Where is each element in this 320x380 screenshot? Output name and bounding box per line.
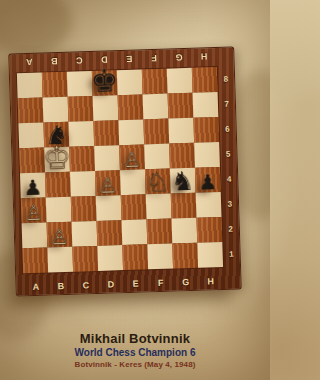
square-c3	[71, 196, 97, 222]
square-e1	[122, 244, 148, 270]
square-a8	[17, 73, 43, 99]
chess-board: ABCDEFGHABCDEFGH87654321 ♚♞♔♙♟♙♘♞♟♙♙	[8, 47, 242, 297]
rank-label-6: 6	[221, 117, 234, 142]
square-c1	[72, 246, 98, 272]
square-c6	[68, 121, 94, 147]
square-f6	[143, 119, 169, 145]
square-e2	[122, 219, 148, 245]
square-h6	[193, 117, 219, 143]
square-b1	[47, 247, 73, 273]
square-g3	[171, 193, 197, 219]
square-c2	[72, 221, 98, 247]
square-c7	[68, 96, 94, 122]
square-g8	[167, 68, 193, 94]
square-d2	[97, 220, 123, 246]
champion-title: World Chess Champion 6	[0, 347, 270, 358]
square-f3	[146, 194, 172, 220]
file-label-top-c: C	[66, 55, 91, 66]
file-label-top-a: A	[16, 57, 41, 68]
piece-white-knight-f4: ♘	[144, 150, 170, 195]
piece-black-pawn-h4: ♟	[194, 148, 220, 193]
square-e7	[118, 94, 144, 120]
square-g2	[172, 218, 198, 244]
file-label-bottom-a: A	[23, 281, 48, 292]
square-h8	[192, 67, 218, 93]
square-f1	[147, 244, 173, 270]
square-e4	[120, 169, 146, 195]
rank-label-3: 3	[224, 192, 237, 217]
square-h2	[196, 217, 222, 243]
file-label-bottom-f: F	[148, 278, 173, 289]
file-label-top-h: H	[191, 51, 216, 62]
file-label-bottom-e: E	[123, 278, 148, 289]
rank-label-2: 2	[224, 217, 237, 242]
rank-label-5: 5	[222, 142, 235, 167]
square-f8	[142, 69, 168, 95]
square-a6	[18, 123, 44, 149]
square-f2	[147, 219, 173, 245]
piece-white-pawn-d4: ♙	[94, 151, 120, 196]
file-label-top-g: G	[166, 52, 191, 63]
square-c8	[67, 71, 93, 97]
botvinnik-card: { "game": "chess", "position": { "fen": …	[0, 0, 270, 380]
rank-label-4: 4	[223, 167, 236, 192]
game-reference: Botvinnik - Keres (May 4, 1948)	[0, 360, 270, 369]
square-d3	[96, 195, 122, 221]
piece-white-king-b5: ♔	[44, 128, 70, 173]
file-label-top-f: F	[141, 53, 166, 64]
champion-name: Mikhail Botvinnik	[0, 331, 270, 346]
file-label-bottom-c: C	[73, 280, 98, 291]
square-b4	[45, 172, 71, 198]
square-g1	[172, 243, 198, 269]
piece-white-pawn-a3: ♙	[20, 179, 46, 224]
piece-white-pawn-b2: ♙	[46, 203, 72, 248]
square-g6	[168, 118, 194, 144]
rank-label-7: 7	[221, 92, 234, 117]
square-d6	[93, 120, 119, 146]
file-label-top-e: E	[116, 53, 141, 64]
square-d1	[97, 245, 123, 271]
board-squares: ♚♞♔♙♟♙♘♞♟♙♙	[17, 67, 223, 273]
square-g7	[168, 93, 194, 119]
square-c4	[70, 171, 96, 197]
square-a1	[22, 247, 48, 273]
piece-white-pawn-e5: ♙	[119, 125, 145, 170]
file-label-bottom-b: B	[48, 281, 73, 292]
parchment-stain	[0, 0, 72, 56]
square-b8	[42, 72, 68, 98]
file-label-top-b: B	[41, 56, 66, 67]
caption-block: Mikhail Botvinnik World Chess Champion 6…	[0, 331, 270, 369]
square-h7	[193, 92, 219, 118]
square-e8	[117, 69, 143, 95]
piece-black-king-d8: ♚	[91, 51, 117, 96]
square-a2	[22, 222, 48, 248]
square-d7	[93, 95, 119, 121]
square-c5	[69, 146, 95, 172]
rank-label-1: 1	[225, 242, 238, 267]
square-e3	[121, 194, 147, 220]
file-label-bottom-d: D	[98, 279, 123, 290]
file-label-bottom-h: H	[198, 276, 223, 287]
square-a7	[18, 98, 44, 124]
square-h1	[197, 242, 223, 268]
rank-label-8: 8	[220, 67, 233, 92]
square-f7	[143, 94, 169, 120]
square-h3	[196, 192, 222, 218]
file-label-bottom-g: G	[173, 277, 198, 288]
piece-black-knight-g4: ♞	[169, 149, 195, 194]
